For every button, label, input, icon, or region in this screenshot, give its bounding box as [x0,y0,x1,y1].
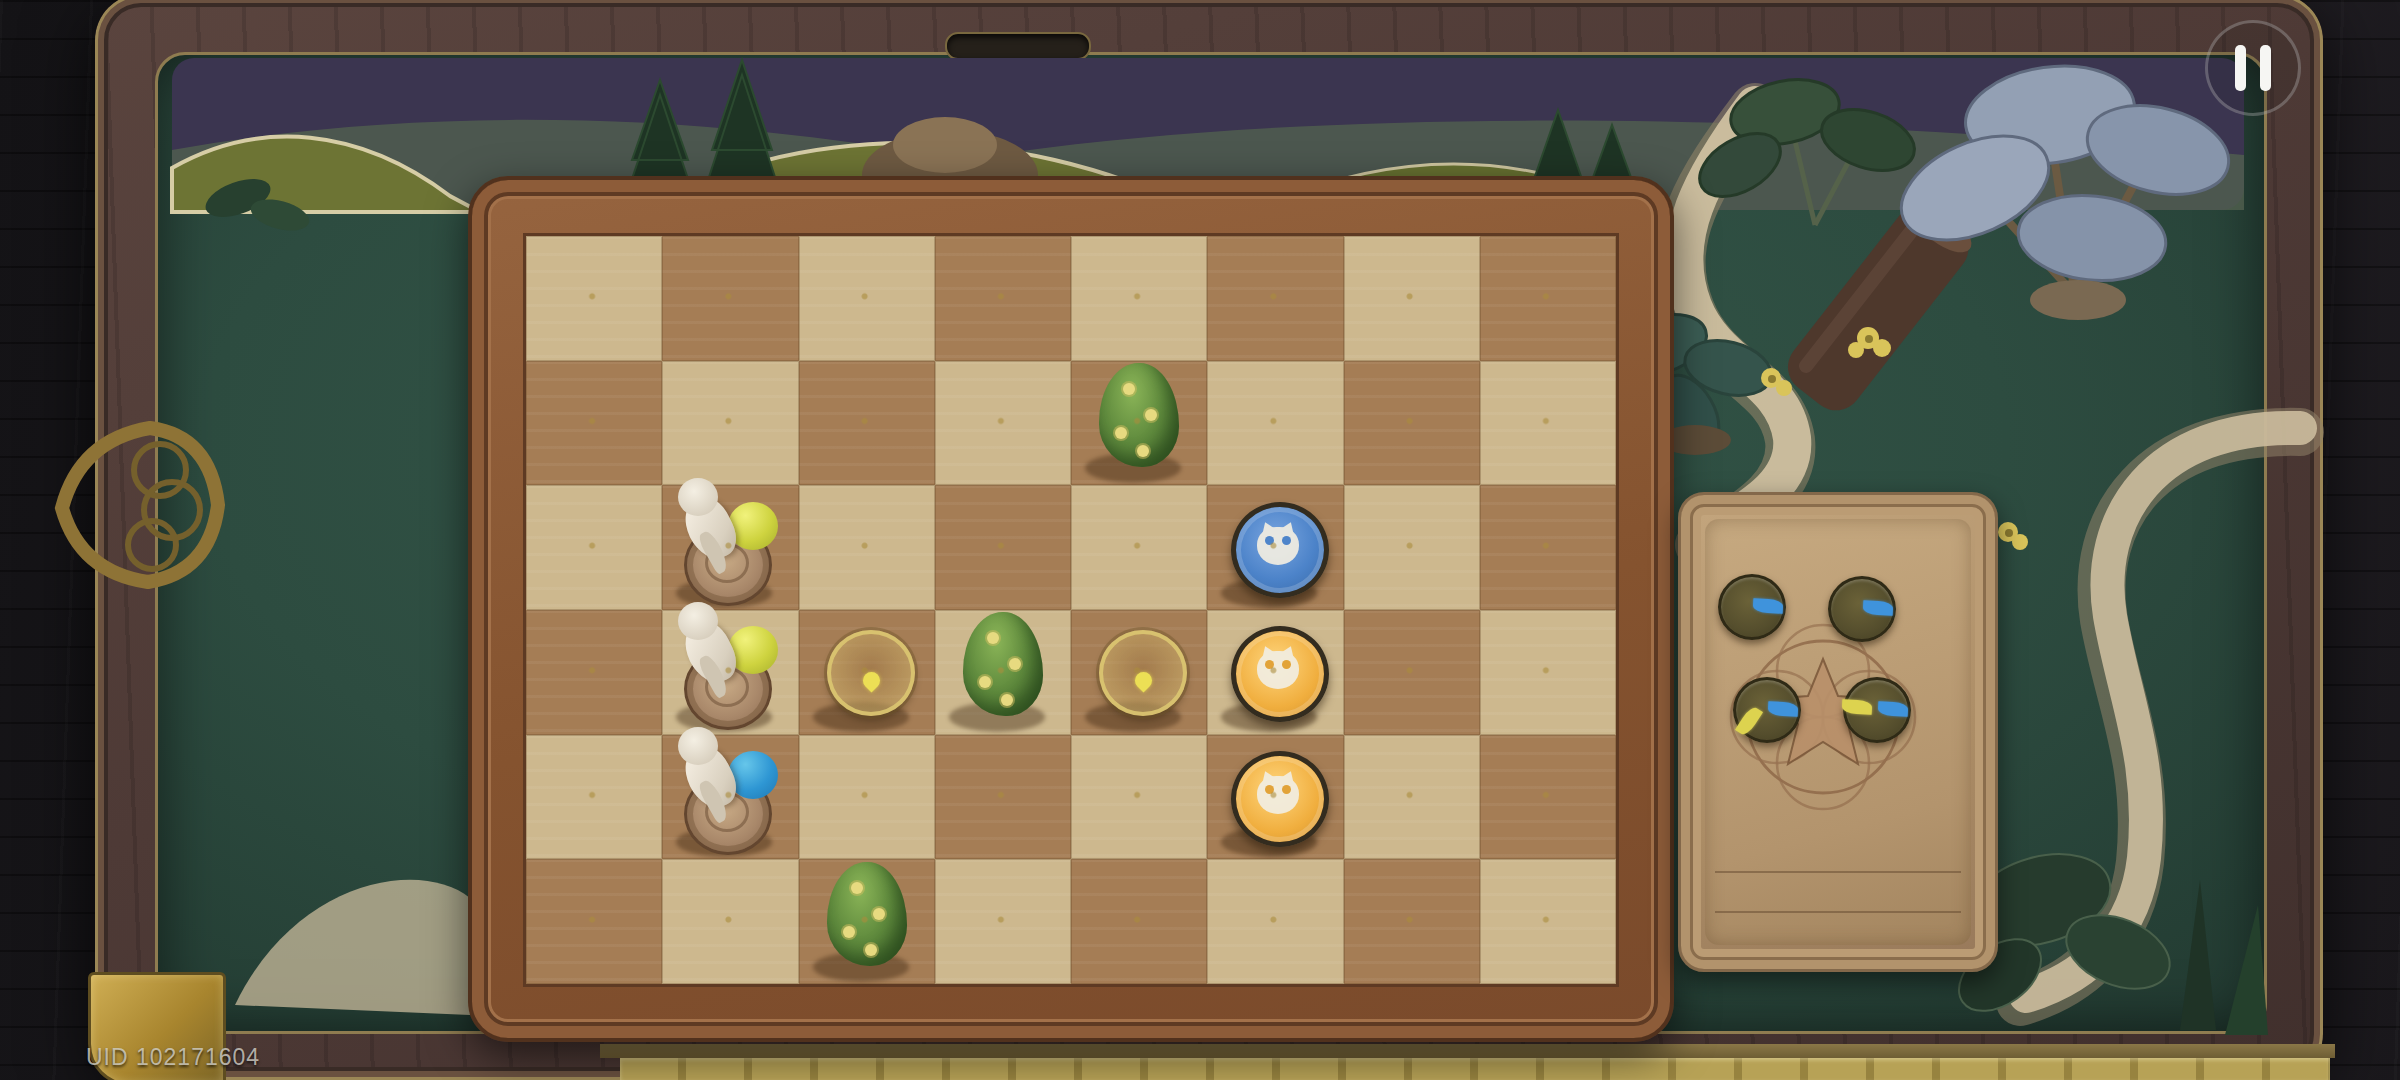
yellow-leaf-icon [1842,699,1873,715]
owl-piece-yellow-fruit[interactable] [662,486,798,610]
square-r2c6[interactable] [1207,361,1343,486]
square-r1c6[interactable] [1207,236,1343,361]
side-tray [1678,492,1998,972]
owl-piece-yellow-fruit[interactable] [662,610,798,734]
uid-label: UID 102171604 [86,1044,260,1071]
square-r3c1[interactable] [526,485,662,610]
square-r3c4[interactable] [935,485,1071,610]
game-screen: UID 102171604 [0,0,2400,1080]
blue-leaf-icon [1768,701,1799,717]
square-r1c2[interactable] [662,236,798,361]
orange-owl-disc[interactable] [1207,735,1343,859]
owl-face-icon [1257,776,1299,814]
left-corner-decor [201,171,470,1015]
square-r6c5[interactable] [1071,859,1207,984]
square-r6c7[interactable] [1344,859,1480,984]
pause-button[interactable] [2205,20,2301,116]
yellow-leaf-icon [1735,705,1763,738]
square-r3c3[interactable] [799,485,935,610]
square-r1c5[interactable] [1071,236,1207,361]
square-r4c4[interactable] [935,610,1071,735]
game-board [468,176,1674,1042]
square-r5c7[interactable] [1344,735,1480,860]
square-r1c1[interactable] [526,236,662,361]
square-r1c7[interactable] [1344,236,1480,361]
square-r4c7[interactable] [1344,610,1480,735]
blue-leaf-icon [1878,701,1909,717]
square-r2c2[interactable] [662,361,798,486]
seed-icon [859,669,883,693]
square-r5c6[interactable] [1207,735,1343,860]
seed-disc[interactable] [1071,610,1207,734]
board-grid [526,236,1616,984]
square-r5c5[interactable] [1071,735,1207,860]
pause-icon [2260,45,2271,91]
seed-icon [1132,669,1156,693]
square-r2c5[interactable] [1071,361,1207,486]
square-r5c4[interactable] [935,735,1071,860]
pod-4[interactable] [1843,677,1911,743]
pause-icon [2235,45,2246,91]
square-r2c3[interactable] [799,361,935,486]
tray-inner-panel [1705,519,1971,945]
square-r3c6[interactable] [1207,485,1343,610]
square-r6c8[interactable] [1480,859,1616,984]
clasp-icon [62,428,218,582]
blue-leaf-icon [1753,598,1784,614]
blue-owl-disc[interactable] [1207,486,1343,610]
square-r5c1[interactable] [526,735,662,860]
square-r3c7[interactable] [1344,485,1480,610]
square-r3c2[interactable] [662,485,798,610]
square-r6c3[interactable] [799,859,935,984]
square-r4c6[interactable] [1207,610,1343,735]
square-r5c3[interactable] [799,735,935,860]
tree-piece[interactable] [1071,361,1207,485]
square-r2c1[interactable] [526,361,662,486]
square-r3c5[interactable] [1071,485,1207,610]
pod-2[interactable] [1828,576,1896,642]
square-r6c1[interactable] [526,859,662,984]
square-r1c4[interactable] [935,236,1071,361]
owl-face-icon [1257,651,1299,689]
square-r4c5[interactable] [1071,610,1207,735]
tree-piece[interactable] [935,610,1071,734]
square-r5c2[interactable] [662,735,798,860]
square-r1c3[interactable] [799,236,935,361]
owl-face-icon [1257,527,1299,565]
seed-disc[interactable] [799,610,935,734]
square-r4c3[interactable] [799,610,935,735]
square-r4c2[interactable] [662,610,798,735]
tree-piece[interactable] [799,860,935,984]
orange-owl-disc[interactable] [1207,610,1343,734]
blue-leaf-icon [1863,600,1894,616]
square-r2c4[interactable] [935,361,1071,486]
square-r1c8[interactable] [1480,236,1616,361]
square-r5c8[interactable] [1480,735,1616,860]
square-r6c6[interactable] [1207,859,1343,984]
owl-piece-blue-fruit[interactable] [662,735,798,859]
square-r6c2[interactable] [662,859,798,984]
square-r4c1[interactable] [526,610,662,735]
square-r4c8[interactable] [1480,610,1616,735]
square-r2c7[interactable] [1344,361,1480,486]
square-r3c8[interactable] [1480,485,1616,610]
pod-1[interactable] [1718,574,1786,640]
pod-3[interactable] [1733,677,1801,743]
square-r6c4[interactable] [935,859,1071,984]
square-r2c8[interactable] [1480,361,1616,486]
